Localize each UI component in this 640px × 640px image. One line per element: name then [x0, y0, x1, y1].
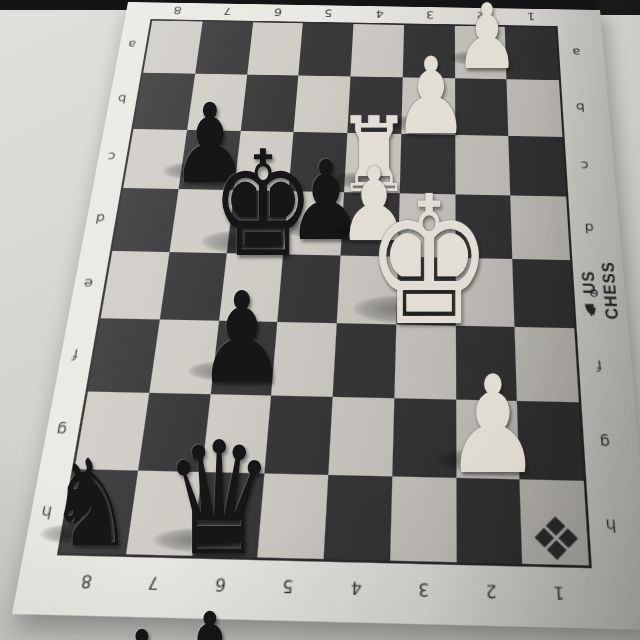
piece-black-pawn-f6[interactable]: ♟	[197, 276, 287, 402]
label-rank-4-top: 4	[375, 8, 384, 20]
label-rank-6-top: 6	[273, 6, 282, 18]
captured-piece-1: ♟	[174, 600, 246, 640]
piece-white-king-e3[interactable]: ♚	[365, 173, 493, 351]
square-c1[interactable]	[509, 135, 567, 196]
square-e8[interactable]	[101, 251, 170, 320]
label-file-a-right: a	[572, 47, 581, 59]
piece-black-queen-h6[interactable]: ♛	[163, 421, 275, 577]
square-a7[interactable]	[195, 22, 253, 75]
square-g4[interactable]	[328, 396, 394, 476]
piece-black-knight-h8[interactable]: ♞	[48, 444, 134, 564]
label-file-c-left: c	[106, 150, 116, 164]
label-rank-7-top: 7	[223, 6, 233, 18]
label-file-d-left: d	[94, 211, 106, 225]
label-file-b-right: b	[576, 101, 586, 114]
label-rank-3-top: 3	[426, 9, 434, 21]
us-chess-logo: ♞ US CHESS	[574, 211, 609, 320]
square-d8[interactable]	[112, 188, 178, 252]
piece-black-king-d6[interactable]: ♚	[211, 131, 316, 277]
label-file-f-left: f	[71, 346, 79, 363]
label-rank-2-bottom: 2	[486, 581, 497, 602]
square-f8[interactable]	[88, 318, 159, 392]
label-rank-8-bottom: 8	[79, 571, 93, 592]
label-rank-5-top: 5	[324, 7, 333, 19]
square-d1[interactable]	[510, 195, 570, 260]
piece-white-pawn-g2[interactable]: ♟	[445, 358, 542, 493]
label-rank-4-bottom: 4	[350, 578, 362, 599]
square-a6[interactable]	[247, 22, 303, 75]
label-file-g-right: g	[599, 433, 611, 451]
photo-of-chess-board: 8877665544332211aabbccddeeffgghh ♞ US CH…	[0, 0, 640, 640]
label-rank-7-bottom: 7	[147, 573, 161, 594]
label-file-e-left: e	[82, 276, 94, 291]
square-h4[interactable]	[324, 475, 392, 561]
photo-top-dark-band-right	[596, 0, 640, 15]
label-rank-1-top: 1	[527, 11, 536, 23]
label-rank-1-bottom: 1	[553, 583, 565, 604]
corner-diamond-logo-icon: ❖	[528, 507, 584, 568]
label-file-a-left: a	[127, 39, 137, 51]
square-a8[interactable]	[143, 21, 202, 74]
label-file-h-right: h	[605, 515, 617, 535]
label-file-c-right: c	[580, 159, 589, 173]
captured-piece-2: ♟	[106, 618, 178, 640]
label-file-f-right: f	[596, 357, 603, 374]
label-rank-3-bottom: 3	[418, 579, 429, 600]
label-rank-8-top: 8	[172, 5, 182, 16]
square-a5[interactable]	[299, 23, 354, 76]
label-rank-5-bottom: 5	[282, 576, 294, 597]
square-e1[interactable]	[513, 259, 575, 328]
label-file-b-left: b	[117, 93, 128, 106]
